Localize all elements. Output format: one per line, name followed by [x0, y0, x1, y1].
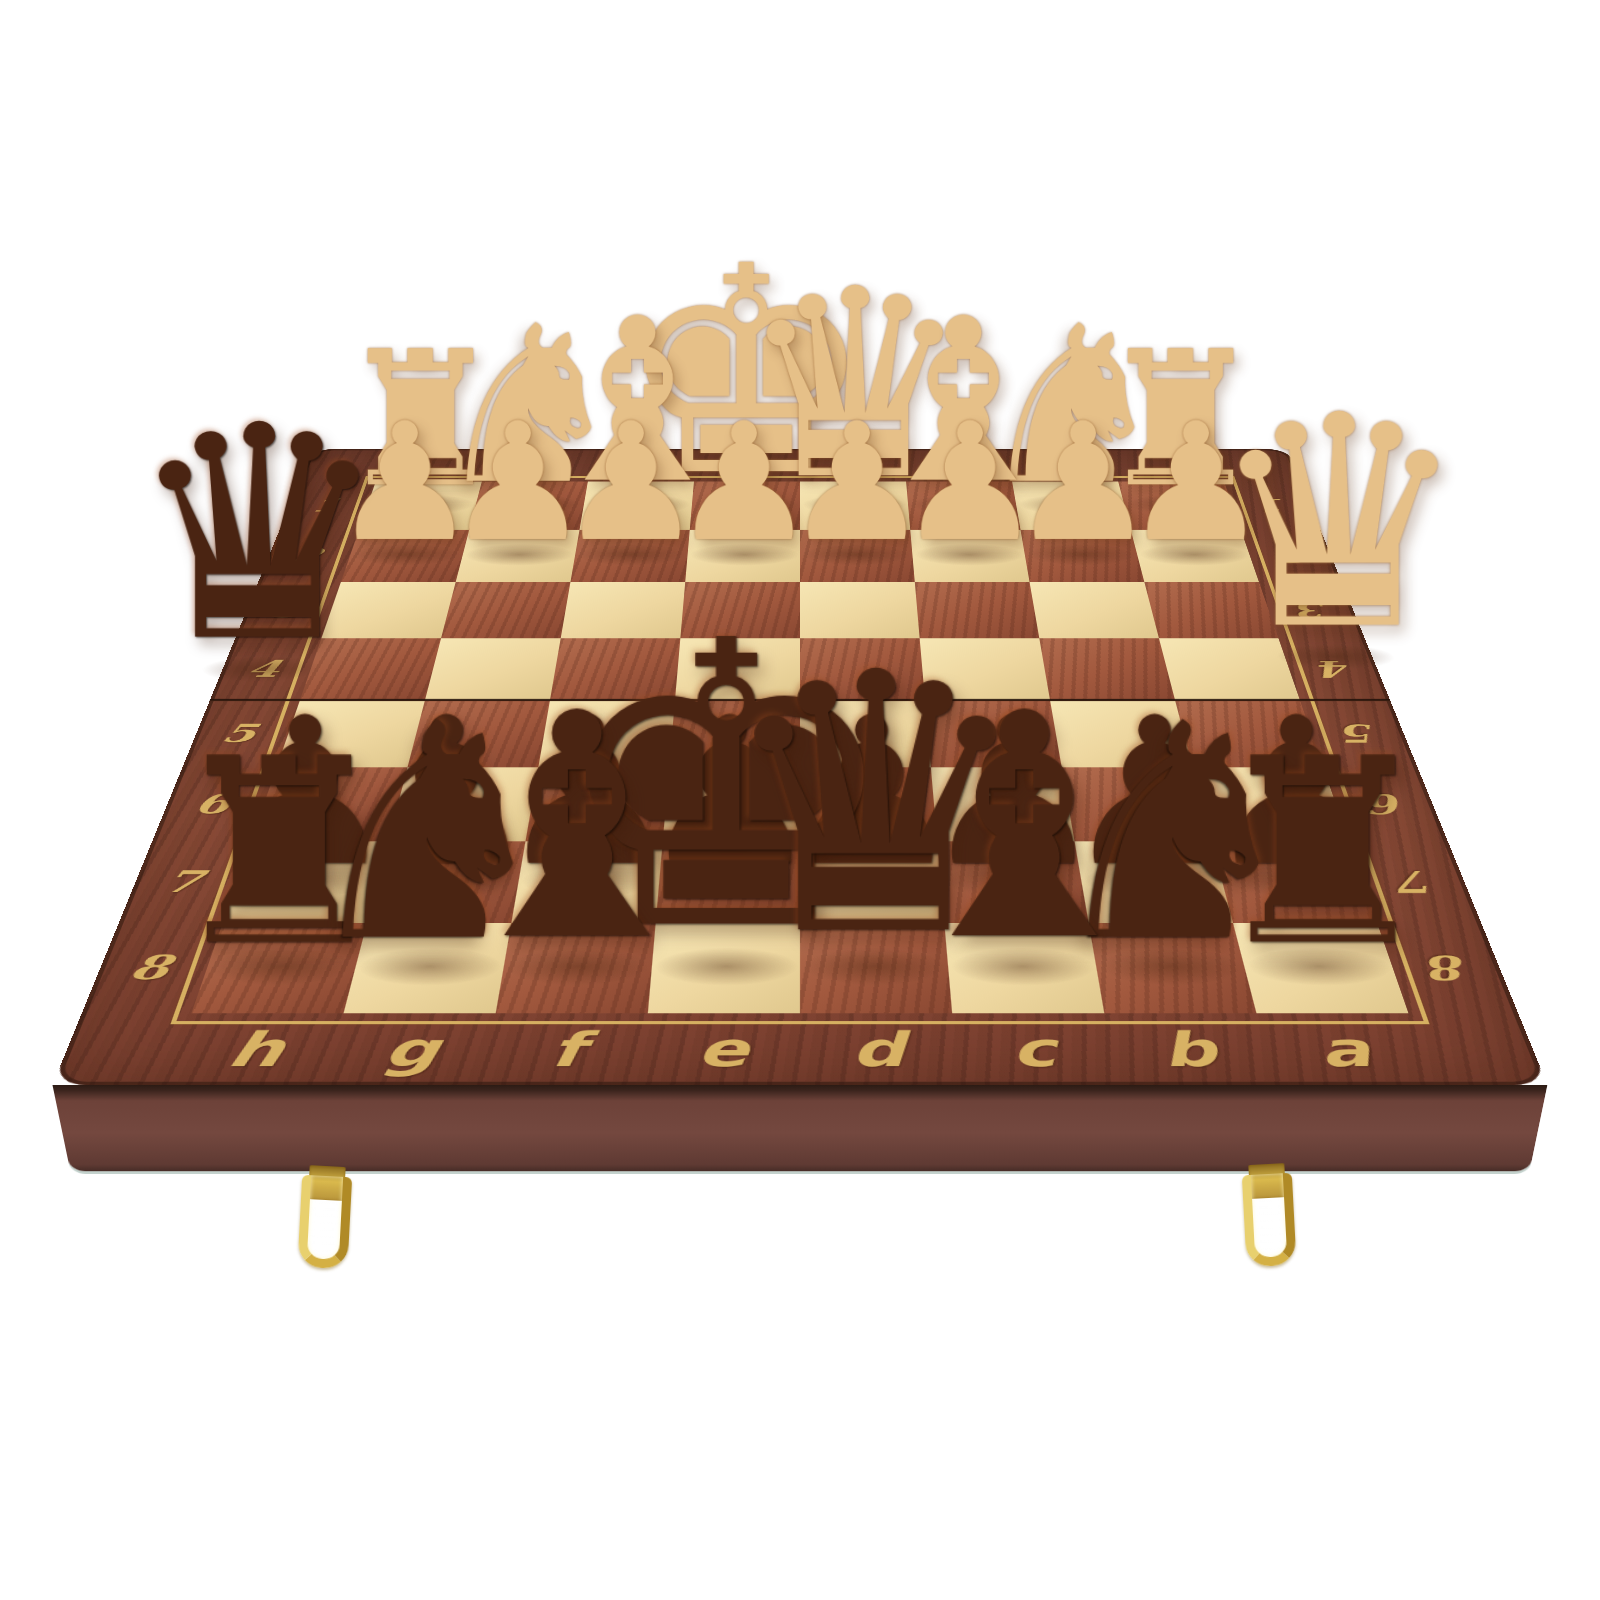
perspective-stage: 1234567812345678hgfedcba ♜♞♝♚♛♝♞♜♟♟♟♟♟♟♟… [0, 0, 1600, 1600]
clasp-loop-icon [297, 1175, 352, 1269]
black-bishop-icon: ♝ [437, 681, 715, 976]
chess-set-photo: 1234567812345678hgfedcba ♜♞♝♚♛♝♞♜♟♟♟♟♟♟♟… [0, 0, 1600, 1600]
white-queen-icon: ♛ [1207, 385, 1469, 663]
black-queen-icon: ♛ [126, 394, 391, 675]
pieces-layer: ♜♞♝♚♛♝♞♜♟♟♟♟♟♟♟♟♛♛♟♟♟♟♟♟♟♟♜♞♝♚♛♝♞♜ [52, 449, 1547, 1085]
brass-clasp-left [297, 1165, 352, 1271]
chess-board: 1234567812345678hgfedcba ♜♞♝♚♛♝♞♜♟♟♟♟♟♟♟… [52, 449, 1547, 1085]
clasp-loop-icon [1242, 1173, 1297, 1267]
black-bishop-icon: ♝ [885, 681, 1163, 976]
box-front-side [52, 1085, 1547, 1171]
brass-clasp-right [1241, 1163, 1296, 1269]
